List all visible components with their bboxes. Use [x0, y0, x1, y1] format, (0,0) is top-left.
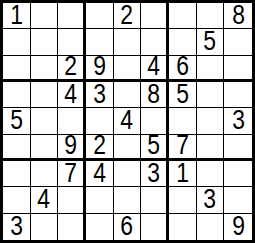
cell-r3c4[interactable]: 9: [86, 56, 114, 82]
cell-r6c2[interactable]: [31, 135, 59, 161]
cell-r6c3[interactable]: 9: [58, 135, 86, 161]
cell-r7c4[interactable]: 4: [86, 161, 114, 187]
cell-r4c1[interactable]: [3, 82, 31, 108]
cell-digit: 5: [10, 108, 23, 134]
cell-r7c6[interactable]: 3: [141, 161, 169, 187]
cell-digit: 4: [121, 108, 134, 134]
cell-r5c7[interactable]: [169, 108, 197, 134]
cell-r3c6[interactable]: 4: [141, 56, 169, 82]
cell-r5c3[interactable]: [58, 108, 86, 134]
cell-digit: 7: [176, 135, 189, 161]
cell-r9c8[interactable]: [197, 214, 225, 240]
cell-r2c1[interactable]: [3, 29, 31, 55]
cell-r5c6[interactable]: [141, 108, 169, 134]
cell-r8c8[interactable]: 3: [197, 187, 225, 213]
cell-digit: 5: [204, 29, 217, 55]
cell-r7c2[interactable]: [31, 161, 59, 187]
cell-r9c5[interactable]: 6: [114, 214, 142, 240]
cell-r8c6[interactable]: [141, 187, 169, 213]
cell-r2c4[interactable]: [86, 29, 114, 55]
cell-r6c9[interactable]: [224, 135, 252, 161]
cell-digit: 9: [232, 214, 245, 240]
cell-digit: 6: [121, 214, 134, 240]
cell-digit: 4: [38, 187, 51, 213]
cell-digit: 5: [176, 82, 189, 108]
cell-r4c6[interactable]: 8: [141, 82, 169, 108]
cell-digit: 9: [64, 135, 77, 161]
cell-r2c3[interactable]: [58, 29, 86, 55]
cell-digit: 1: [176, 161, 189, 187]
cell-r6c8[interactable]: [197, 135, 225, 161]
cell-r3c8[interactable]: [197, 56, 225, 82]
cell-digit: 1: [10, 3, 23, 29]
cell-r3c1[interactable]: [3, 56, 31, 82]
cell-r3c3[interactable]: 2: [58, 56, 86, 82]
cell-r3c9[interactable]: [224, 56, 252, 82]
cell-r1c3[interactable]: [58, 3, 86, 29]
cell-r4c2[interactable]: [31, 82, 59, 108]
cell-r6c5[interactable]: [114, 135, 142, 161]
cell-r1c7[interactable]: [169, 3, 197, 29]
cell-r9c6[interactable]: [141, 214, 169, 240]
cell-r9c4[interactable]: [86, 214, 114, 240]
cell-r5c9[interactable]: 3: [224, 108, 252, 134]
cell-r5c8[interactable]: [197, 108, 225, 134]
cell-r1c8[interactable]: [197, 3, 225, 29]
cell-r5c4[interactable]: [86, 108, 114, 134]
cell-digit: 4: [147, 56, 160, 82]
cell-r2c7[interactable]: [169, 29, 197, 55]
cell-r1c9[interactable]: 8: [224, 3, 252, 29]
cell-digit: 3: [93, 82, 106, 108]
cell-r7c5[interactable]: [114, 161, 142, 187]
cell-r6c1[interactable]: [3, 135, 31, 161]
cell-r8c1[interactable]: [3, 187, 31, 213]
cell-r7c1[interactable]: [3, 161, 31, 187]
cell-r3c5[interactable]: [114, 56, 142, 82]
cell-digit: 3: [232, 108, 245, 134]
cell-digit: 7: [64, 161, 77, 187]
cell-r8c2[interactable]: 4: [31, 187, 59, 213]
cell-r6c4[interactable]: 2: [86, 135, 114, 161]
cell-digit: 3: [10, 214, 23, 240]
cell-digit: 2: [121, 3, 134, 29]
cell-r8c5[interactable]: [114, 187, 142, 213]
cell-r1c2[interactable]: [31, 3, 59, 29]
cell-r8c3[interactable]: [58, 187, 86, 213]
cell-r7c8[interactable]: [197, 161, 225, 187]
cell-r1c6[interactable]: [141, 3, 169, 29]
cell-r9c7[interactable]: [169, 214, 197, 240]
cell-r2c9[interactable]: [224, 29, 252, 55]
cell-r2c8[interactable]: 5: [197, 29, 225, 55]
cell-r7c7[interactable]: 1: [169, 161, 197, 187]
cell-r2c2[interactable]: [31, 29, 59, 55]
cell-digit: 5: [147, 135, 160, 161]
cell-digit: 9: [93, 56, 106, 82]
cell-r7c9[interactable]: [224, 161, 252, 187]
cell-r4c7[interactable]: 5: [169, 82, 197, 108]
cell-digit: 2: [64, 56, 77, 82]
cell-r7c3[interactable]: 7: [58, 161, 86, 187]
cell-digit: 3: [147, 161, 160, 187]
cell-digit: 4: [64, 82, 77, 108]
sudoku-board: 1285294643855439257743143369: [0, 0, 255, 243]
cell-r4c8[interactable]: [197, 82, 225, 108]
cell-r5c5[interactable]: 4: [114, 108, 142, 134]
cell-digit: 8: [232, 3, 245, 29]
cell-r9c1[interactable]: 3: [3, 214, 31, 240]
cell-r4c9[interactable]: [224, 82, 252, 108]
cell-r2c6[interactable]: [141, 29, 169, 55]
cell-r1c4[interactable]: [86, 3, 114, 29]
cell-r8c4[interactable]: [86, 187, 114, 213]
cell-r1c5[interactable]: 2: [114, 3, 142, 29]
cell-r5c2[interactable]: [31, 108, 59, 134]
cell-r9c3[interactable]: [58, 214, 86, 240]
cell-digit: 3: [204, 187, 217, 213]
cell-r9c2[interactable]: [31, 214, 59, 240]
cell-r9c9[interactable]: 9: [224, 214, 252, 240]
cell-digit: 8: [147, 82, 160, 108]
cell-r2c5[interactable]: [114, 29, 142, 55]
cell-r8c7[interactable]: [169, 187, 197, 213]
cell-r4c4[interactable]: 3: [86, 82, 114, 108]
cell-r1c1[interactable]: 1: [3, 3, 31, 29]
cell-digit: 4: [93, 161, 106, 187]
cell-r4c3[interactable]: 4: [58, 82, 86, 108]
cell-r6c7[interactable]: 7: [169, 135, 197, 161]
cell-r6c6[interactable]: 5: [141, 135, 169, 161]
cell-digit: 6: [176, 56, 189, 82]
cell-r3c2[interactable]: [31, 56, 59, 82]
cell-r8c9[interactable]: [224, 187, 252, 213]
cell-r5c1[interactable]: 5: [3, 108, 31, 134]
cell-digit: 2: [93, 135, 106, 161]
cell-r4c5[interactable]: [114, 82, 142, 108]
cell-r3c7[interactable]: 6: [169, 56, 197, 82]
